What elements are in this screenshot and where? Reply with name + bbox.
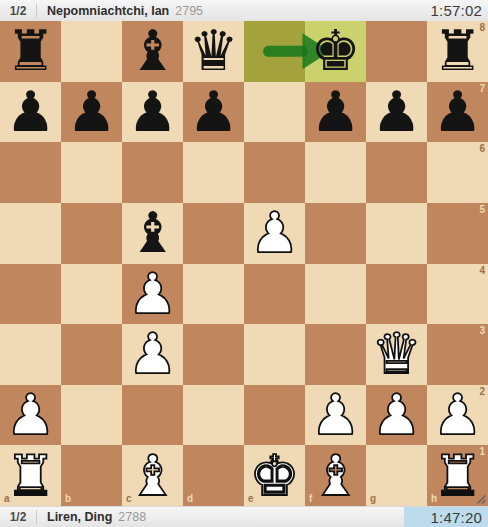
square-e6[interactable]	[244, 142, 305, 203]
black-pawn-b7[interactable]: ♟	[61, 82, 122, 143]
square-d8[interactable]: ♛	[183, 21, 244, 82]
white-pawn-c3[interactable]: ♟	[122, 324, 183, 385]
square-b8[interactable]	[61, 21, 122, 82]
square-a4[interactable]	[0, 264, 61, 325]
square-d6[interactable]	[183, 142, 244, 203]
square-d5[interactable]	[183, 203, 244, 264]
square-e1[interactable]: ♚e	[244, 445, 305, 506]
square-d3[interactable]	[183, 324, 244, 385]
square-b2[interactable]	[61, 385, 122, 446]
coord-file-f: f	[309, 494, 312, 504]
square-c3[interactable]: ♟	[122, 324, 183, 385]
coord-file-h: h	[431, 494, 437, 504]
white-queen-g3[interactable]: ♛	[366, 324, 427, 385]
white-bishop-f1[interactable]: ♝	[305, 445, 366, 506]
square-c1[interactable]: ♝c	[122, 445, 183, 506]
square-g5[interactable]	[366, 203, 427, 264]
top-player-name: Nepomniachtchi, Ian	[47, 4, 169, 18]
square-d2[interactable]	[183, 385, 244, 446]
square-f6[interactable]	[305, 142, 366, 203]
square-h6[interactable]: 6	[427, 142, 488, 203]
square-f4[interactable]	[305, 264, 366, 325]
square-b3[interactable]	[61, 324, 122, 385]
square-g4[interactable]	[366, 264, 427, 325]
square-f8[interactable]: ♚	[305, 21, 366, 82]
square-c5[interactable]: ♝	[122, 203, 183, 264]
black-pawn-g7[interactable]: ♟	[366, 82, 427, 143]
coord-file-d: d	[187, 494, 193, 504]
square-f7[interactable]: ♟	[305, 82, 366, 143]
square-g3[interactable]: ♛	[366, 324, 427, 385]
square-b1[interactable]: b	[61, 445, 122, 506]
square-b4[interactable]	[61, 264, 122, 325]
top-player-bar: 1/2 Nepomniachtchi, Ian 2795 1:57:02	[0, 0, 488, 21]
black-queen-d8[interactable]: ♛	[183, 21, 244, 82]
square-a3[interactable]	[0, 324, 61, 385]
square-e5[interactable]: ♟	[244, 203, 305, 264]
square-e2[interactable]	[244, 385, 305, 446]
coord-file-e: e	[248, 494, 254, 504]
square-f5[interactable]	[305, 203, 366, 264]
coord-file-c: c	[126, 494, 132, 504]
square-h3[interactable]: 3	[427, 324, 488, 385]
square-f2[interactable]: ♟	[305, 385, 366, 446]
black-pawn-d7[interactable]: ♟	[183, 82, 244, 143]
top-player-rating: 2795	[175, 4, 203, 18]
black-pawn-f7[interactable]: ♟	[305, 82, 366, 143]
black-bishop-c5[interactable]: ♝	[122, 203, 183, 264]
black-king-f8[interactable]: ♚	[305, 21, 366, 82]
square-b5[interactable]	[61, 203, 122, 264]
square-h2[interactable]: ♟2	[427, 385, 488, 446]
board-resize-handle[interactable]	[476, 494, 487, 505]
square-b7[interactable]: ♟	[61, 82, 122, 143]
square-a6[interactable]	[0, 142, 61, 203]
top-game-score: 1/2	[0, 4, 36, 18]
bottom-player-bar: 1/2 Liren, Ding 2788 1:47:20	[0, 506, 488, 527]
coord-rank-5: 5	[479, 205, 485, 215]
black-pawn-c7[interactable]: ♟	[122, 82, 183, 143]
square-a2[interactable]: ♟	[0, 385, 61, 446]
coord-rank-8: 8	[479, 23, 485, 33]
coord-rank-1: 1	[479, 447, 485, 457]
square-c8[interactable]: ♝	[122, 21, 183, 82]
coord-file-g: g	[370, 494, 376, 504]
square-c2[interactable]	[122, 385, 183, 446]
square-g2[interactable]: ♟	[366, 385, 427, 446]
square-g8[interactable]	[366, 21, 427, 82]
square-e8[interactable]	[244, 21, 305, 82]
square-c6[interactable]	[122, 142, 183, 203]
square-d4[interactable]	[183, 264, 244, 325]
white-pawn-e5[interactable]: ♟	[244, 203, 305, 264]
score-divider	[36, 4, 37, 18]
square-a1[interactable]: ♜a	[0, 445, 61, 506]
white-pawn-a2[interactable]: ♟	[0, 385, 61, 446]
coord-file-a: a	[4, 494, 10, 504]
square-d1[interactable]: d	[183, 445, 244, 506]
white-pawn-f2[interactable]: ♟	[305, 385, 366, 446]
square-h5[interactable]: 5	[427, 203, 488, 264]
black-rook-a8[interactable]: ♜	[0, 21, 61, 82]
square-a8[interactable]: ♜	[0, 21, 61, 82]
square-d7[interactable]: ♟	[183, 82, 244, 143]
score-divider	[36, 510, 37, 524]
square-h7[interactable]: ♟7	[427, 82, 488, 143]
coord-rank-3: 3	[479, 326, 485, 336]
square-c4[interactable]: ♟	[122, 264, 183, 325]
coord-rank-7: 7	[479, 84, 485, 94]
square-b6[interactable]	[61, 142, 122, 203]
coord-file-b: b	[65, 494, 71, 504]
coord-rank-2: 2	[479, 387, 485, 397]
chess-app-window: 1/2 Nepomniachtchi, Ian 2795 1:57:02 ♜♝♛…	[0, 0, 488, 527]
square-e7[interactable]	[244, 82, 305, 143]
square-e4[interactable]	[244, 264, 305, 325]
bottom-game-score: 1/2	[0, 510, 36, 524]
board: ♜♝♛♚♜8♟♟♟♟♟♟♟76♝♟5♟4♟♛3♟♟♟♟2♜ab♝cd♚e♝fg♜…	[0, 21, 488, 506]
white-pawn-c4[interactable]: ♟	[122, 264, 183, 325]
square-g1[interactable]: g	[366, 445, 427, 506]
bottom-player-rating: 2788	[118, 510, 146, 524]
bottom-player-name: Liren, Ding	[47, 510, 112, 524]
square-h8[interactable]: ♜8	[427, 21, 488, 82]
white-pawn-g2[interactable]: ♟	[366, 385, 427, 446]
square-f1[interactable]: ♝f	[305, 445, 366, 506]
square-f3[interactable]	[305, 324, 366, 385]
square-c7[interactable]: ♟	[122, 82, 183, 143]
coord-rank-6: 6	[479, 144, 485, 154]
square-g7[interactable]: ♟	[366, 82, 427, 143]
square-a5[interactable]	[0, 203, 61, 264]
square-g6[interactable]	[366, 142, 427, 203]
square-a7[interactable]: ♟	[0, 82, 61, 143]
square-h4[interactable]: 4	[427, 264, 488, 325]
bottom-player-clock: 1:47:20	[404, 507, 488, 527]
square-e3[interactable]	[244, 324, 305, 385]
black-pawn-a7[interactable]: ♟	[0, 82, 61, 143]
coord-rank-4: 4	[479, 266, 485, 276]
black-bishop-c8[interactable]: ♝	[122, 21, 183, 82]
